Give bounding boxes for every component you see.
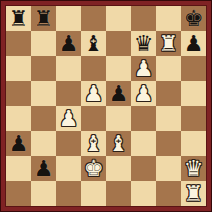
square-f8[interactable] xyxy=(131,6,156,31)
square-h8[interactable]: ♚ xyxy=(181,6,206,31)
square-e2[interactable] xyxy=(106,156,131,181)
square-c7[interactable]: ♟ xyxy=(56,31,81,56)
square-g8[interactable] xyxy=(156,6,181,31)
black-pawn-h7[interactable]: ♟ xyxy=(184,33,204,55)
square-b7[interactable] xyxy=(31,31,56,56)
square-b4[interactable] xyxy=(31,106,56,131)
square-c4[interactable]: ♟ xyxy=(56,106,81,131)
square-e7[interactable] xyxy=(106,31,131,56)
square-c1[interactable] xyxy=(56,181,81,206)
white-king-d2[interactable]: ♚ xyxy=(84,158,104,180)
white-pawn-f6[interactable]: ♟ xyxy=(134,58,154,80)
black-rook-a8[interactable]: ♜ xyxy=(9,8,29,30)
square-c3[interactable] xyxy=(56,131,81,156)
square-h3[interactable] xyxy=(181,131,206,156)
square-d2[interactable]: ♚ xyxy=(81,156,106,181)
square-g5[interactable] xyxy=(156,81,181,106)
black-pawn-e5[interactable]: ♟ xyxy=(109,83,129,105)
square-c5[interactable] xyxy=(56,81,81,106)
black-pawn-a3[interactable]: ♟ xyxy=(9,133,29,155)
square-h7[interactable]: ♟ xyxy=(181,31,206,56)
square-c2[interactable] xyxy=(56,156,81,181)
black-bishop-d7[interactable]: ♝ xyxy=(84,33,104,55)
square-c6[interactable] xyxy=(56,56,81,81)
black-pawn-b2[interactable]: ♟ xyxy=(34,158,54,180)
square-f4[interactable] xyxy=(131,106,156,131)
square-d7[interactable]: ♝ xyxy=(81,31,106,56)
square-e4[interactable] xyxy=(106,106,131,131)
black-king-h8[interactable]: ♚ xyxy=(184,8,204,30)
square-f2[interactable] xyxy=(131,156,156,181)
square-f6[interactable]: ♟ xyxy=(131,56,156,81)
white-bishop-e3[interactable]: ♝ xyxy=(109,133,129,155)
square-h1[interactable]: ♜ xyxy=(181,181,206,206)
square-d3[interactable]: ♝ xyxy=(81,131,106,156)
square-g7[interactable]: ♜ xyxy=(156,31,181,56)
square-b5[interactable] xyxy=(31,81,56,106)
square-a1[interactable] xyxy=(6,181,31,206)
square-b3[interactable] xyxy=(31,131,56,156)
square-h4[interactable] xyxy=(181,106,206,131)
square-b2[interactable]: ♟ xyxy=(31,156,56,181)
white-rook-g7[interactable]: ♜ xyxy=(159,33,179,55)
square-b1[interactable] xyxy=(31,181,56,206)
black-queen-f7[interactable]: ♛ xyxy=(134,33,154,55)
square-b8[interactable]: ♜ xyxy=(31,6,56,31)
square-d4[interactable] xyxy=(81,106,106,131)
square-g1[interactable] xyxy=(156,181,181,206)
square-a6[interactable] xyxy=(6,56,31,81)
square-c8[interactable] xyxy=(56,6,81,31)
square-h6[interactable] xyxy=(181,56,206,81)
square-h5[interactable] xyxy=(181,81,206,106)
square-a3[interactable]: ♟ xyxy=(6,131,31,156)
square-e3[interactable]: ♝ xyxy=(106,131,131,156)
square-d6[interactable] xyxy=(81,56,106,81)
square-f1[interactable] xyxy=(131,181,156,206)
black-pawn-c7[interactable]: ♟ xyxy=(59,33,79,55)
square-d8[interactable] xyxy=(81,6,106,31)
white-pawn-c4[interactable]: ♟ xyxy=(59,108,79,130)
square-g6[interactable] xyxy=(156,56,181,81)
white-queen-h2[interactable]: ♛ xyxy=(184,158,204,180)
square-g4[interactable] xyxy=(156,106,181,131)
square-a4[interactable] xyxy=(6,106,31,131)
square-e8[interactable] xyxy=(106,6,131,31)
square-e6[interactable] xyxy=(106,56,131,81)
square-a8[interactable]: ♜ xyxy=(6,6,31,31)
white-pawn-d5[interactable]: ♟ xyxy=(84,83,104,105)
square-b6[interactable] xyxy=(31,56,56,81)
chess-board: ♜♜♚♟♝♛♜♟♟♟♟♟♟♟♝♝♟♚♛♜ xyxy=(6,6,206,206)
square-h2[interactable]: ♛ xyxy=(181,156,206,181)
black-rook-b8[interactable]: ♜ xyxy=(34,8,54,30)
board-frame: ♜♜♚♟♝♛♜♟♟♟♟♟♟♟♝♝♟♚♛♜ xyxy=(0,0,212,212)
white-pawn-f5[interactable]: ♟ xyxy=(134,83,154,105)
square-d1[interactable] xyxy=(81,181,106,206)
square-e5[interactable]: ♟ xyxy=(106,81,131,106)
square-f5[interactable]: ♟ xyxy=(131,81,156,106)
square-a7[interactable] xyxy=(6,31,31,56)
square-g3[interactable] xyxy=(156,131,181,156)
square-g2[interactable] xyxy=(156,156,181,181)
white-bishop-d3[interactable]: ♝ xyxy=(84,133,104,155)
square-a2[interactable] xyxy=(6,156,31,181)
white-rook-h1[interactable]: ♜ xyxy=(184,183,204,205)
square-f7[interactable]: ♛ xyxy=(131,31,156,56)
square-e1[interactable] xyxy=(106,181,131,206)
square-a5[interactable] xyxy=(6,81,31,106)
square-d5[interactable]: ♟ xyxy=(81,81,106,106)
square-f3[interactable] xyxy=(131,131,156,156)
